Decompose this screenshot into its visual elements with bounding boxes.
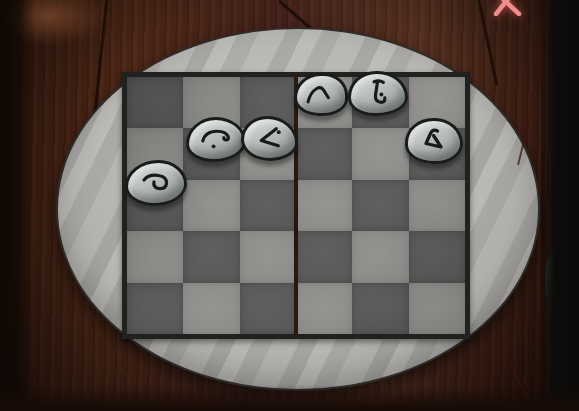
dark-void-right — [543, 0, 579, 411]
game-board — [122, 72, 470, 339]
board-square[interactable] — [127, 231, 183, 282]
board-square[interactable] — [183, 180, 239, 231]
board-square[interactable] — [296, 180, 352, 231]
board-square[interactable] — [183, 283, 239, 334]
board-square[interactable] — [127, 283, 183, 334]
board-square[interactable] — [240, 231, 296, 282]
rune-glyph-arc-dot — [189, 120, 243, 159]
rune-stone-hook-stem-dot[interactable] — [348, 71, 408, 116]
rune-stone-arc-dot[interactable] — [186, 117, 246, 162]
rune-stone-angle-left-dot[interactable] — [241, 116, 298, 161]
board-square[interactable] — [296, 283, 352, 334]
board-square[interactable] — [240, 283, 296, 334]
rune-glyph-wave-caret — [297, 76, 345, 113]
board-square[interactable] — [352, 180, 408, 231]
board-square[interactable] — [240, 180, 296, 231]
game-scene — [0, 0, 579, 411]
dark-vignette-left — [0, 0, 34, 411]
rune-glyph-angle-left-dot — [244, 119, 295, 158]
rune-glyph-triangle-curl — [408, 121, 460, 161]
red-rune-glow-icon — [490, 0, 526, 16]
rune-stone-triangle-curl[interactable] — [405, 118, 463, 164]
dark-vignette-bottom — [0, 385, 579, 411]
board-square[interactable] — [352, 128, 408, 179]
rune-glyph-spiral-hook — [128, 163, 184, 203]
board-square[interactable] — [352, 231, 408, 282]
rune-glyph-hook-stem-dot — [351, 74, 405, 113]
board-square[interactable] — [352, 283, 408, 334]
board-half-divider — [294, 74, 298, 337]
board-square[interactable] — [127, 77, 183, 128]
rune-stone-spiral-hook[interactable] — [125, 160, 187, 206]
board-square[interactable] — [409, 231, 465, 282]
rune-stone-wave-caret[interactable] — [294, 73, 348, 116]
board-square[interactable] — [409, 283, 465, 334]
board-square[interactable] — [409, 180, 465, 231]
board-square[interactable] — [183, 231, 239, 282]
board-square[interactable] — [296, 231, 352, 282]
board-square[interactable] — [296, 128, 352, 179]
